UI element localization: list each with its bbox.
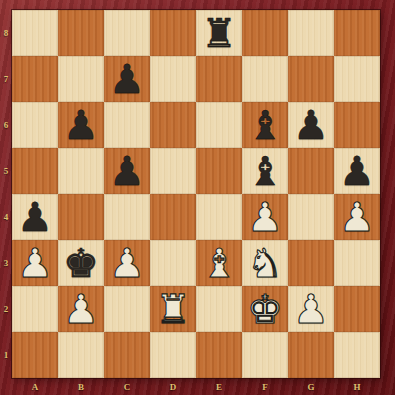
white-bishop-e3[interactable]: ♝ [196, 240, 242, 286]
white-pawn-b2[interactable]: ♟ [58, 286, 104, 332]
rank-label-1: 1 [0, 332, 12, 378]
black-bishop-f6[interactable]: ♝ [242, 102, 288, 148]
square-d3[interactable] [150, 240, 196, 286]
black-pawn-c5[interactable]: ♟ [104, 148, 150, 194]
black-king-b3[interactable]: ♚ [58, 240, 104, 286]
square-e3[interactable]: ♝ [196, 240, 242, 286]
square-e6[interactable] [196, 102, 242, 148]
white-pawn-h4[interactable]: ♟ [334, 194, 380, 240]
file-label-d: D [150, 378, 196, 395]
square-h3[interactable] [334, 240, 380, 286]
square-a6[interactable] [12, 102, 58, 148]
square-f7[interactable] [242, 56, 288, 102]
file-label-g: G [288, 378, 334, 395]
square-g2[interactable]: ♟ [288, 286, 334, 332]
file-label-e: E [196, 378, 242, 395]
square-g8[interactable] [288, 10, 334, 56]
square-b4[interactable] [58, 194, 104, 240]
black-bishop-f5[interactable]: ♝ [242, 148, 288, 194]
square-a2[interactable] [12, 286, 58, 332]
square-b2[interactable]: ♟ [58, 286, 104, 332]
square-d5[interactable] [150, 148, 196, 194]
file-label-b: B [58, 378, 104, 395]
rank-label-5: 5 [0, 148, 12, 194]
file-label-a: A [12, 378, 58, 395]
square-b5[interactable] [58, 148, 104, 194]
file-label-h: H [334, 378, 380, 395]
square-f6[interactable]: ♝ [242, 102, 288, 148]
square-e7[interactable] [196, 56, 242, 102]
square-c8[interactable] [104, 10, 150, 56]
square-a7[interactable] [12, 56, 58, 102]
square-h4[interactable]: ♟ [334, 194, 380, 240]
black-rook-e8[interactable]: ♜ [196, 10, 242, 56]
rank-label-4: 4 [0, 194, 12, 240]
square-d1[interactable] [150, 332, 196, 378]
square-b3[interactable]: ♚ [58, 240, 104, 286]
square-d4[interactable] [150, 194, 196, 240]
square-g3[interactable] [288, 240, 334, 286]
square-g7[interactable] [288, 56, 334, 102]
chess-board: ♜♟♟♝♟♟♝♟♟♟♟♟♚♟♝♞♟♜♚♟ [12, 10, 380, 378]
black-pawn-a4[interactable]: ♟ [12, 194, 58, 240]
square-a3[interactable]: ♟ [12, 240, 58, 286]
square-d7[interactable] [150, 56, 196, 102]
square-a5[interactable] [12, 148, 58, 194]
square-b7[interactable] [58, 56, 104, 102]
square-e1[interactable] [196, 332, 242, 378]
square-a1[interactable] [12, 332, 58, 378]
file-label-c: C [104, 378, 150, 395]
square-c4[interactable] [104, 194, 150, 240]
black-pawn-c7[interactable]: ♟ [104, 56, 150, 102]
rank-label-2: 2 [0, 286, 12, 332]
black-pawn-h5[interactable]: ♟ [334, 148, 380, 194]
square-g4[interactable] [288, 194, 334, 240]
white-rook-d2[interactable]: ♜ [150, 286, 196, 332]
square-d8[interactable] [150, 10, 196, 56]
square-b8[interactable] [58, 10, 104, 56]
square-c5[interactable]: ♟ [104, 148, 150, 194]
square-c2[interactable] [104, 286, 150, 332]
white-knight-f3[interactable]: ♞ [242, 240, 288, 286]
square-a4[interactable]: ♟ [12, 194, 58, 240]
rank-label-6: 6 [0, 102, 12, 148]
square-f5[interactable]: ♝ [242, 148, 288, 194]
square-c6[interactable] [104, 102, 150, 148]
square-e5[interactable] [196, 148, 242, 194]
square-h2[interactable] [334, 286, 380, 332]
square-d2[interactable]: ♜ [150, 286, 196, 332]
square-f3[interactable]: ♞ [242, 240, 288, 286]
square-h7[interactable] [334, 56, 380, 102]
square-e4[interactable] [196, 194, 242, 240]
square-b6[interactable]: ♟ [58, 102, 104, 148]
black-pawn-g6[interactable]: ♟ [288, 102, 334, 148]
black-pawn-b6[interactable]: ♟ [58, 102, 104, 148]
rank-label-3: 3 [0, 240, 12, 286]
square-h8[interactable] [334, 10, 380, 56]
rank-label-8: 8 [0, 10, 12, 56]
square-f4[interactable]: ♟ [242, 194, 288, 240]
white-pawn-a3[interactable]: ♟ [12, 240, 58, 286]
white-pawn-f4[interactable]: ♟ [242, 194, 288, 240]
square-g1[interactable] [288, 332, 334, 378]
white-king-f2[interactable]: ♚ [242, 286, 288, 332]
square-f2[interactable]: ♚ [242, 286, 288, 332]
square-g5[interactable] [288, 148, 334, 194]
rank-label-7: 7 [0, 56, 12, 102]
square-d6[interactable] [150, 102, 196, 148]
square-f1[interactable] [242, 332, 288, 378]
square-c1[interactable] [104, 332, 150, 378]
square-f8[interactable] [242, 10, 288, 56]
white-pawn-c3[interactable]: ♟ [104, 240, 150, 286]
square-h5[interactable]: ♟ [334, 148, 380, 194]
square-c3[interactable]: ♟ [104, 240, 150, 286]
square-a8[interactable] [12, 10, 58, 56]
square-g6[interactable]: ♟ [288, 102, 334, 148]
file-label-f: F [242, 378, 288, 395]
square-b1[interactable] [58, 332, 104, 378]
square-h6[interactable] [334, 102, 380, 148]
square-c7[interactable]: ♟ [104, 56, 150, 102]
white-pawn-g2[interactable]: ♟ [288, 286, 334, 332]
chess-board-frame: ♜♟♟♝♟♟♝♟♟♟♟♟♚♟♝♞♟♜♚♟ 87654321 ABCDEFGH [0, 0, 395, 395]
square-e2[interactable] [196, 286, 242, 332]
square-e8[interactable]: ♜ [196, 10, 242, 56]
square-h1[interactable] [334, 332, 380, 378]
